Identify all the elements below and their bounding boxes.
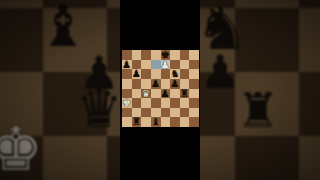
black-bishop-d1: ♝ [151,117,160,127]
square-c6 [141,69,151,79]
bg-square [43,136,107,180]
square-h4 [189,89,199,99]
square-f3 [170,98,180,108]
square-g6 [180,69,190,79]
square-g3 [180,98,190,108]
white-pawn-e7: ♟ [161,59,170,69]
video-frame: ♝♞♟♟♛♜♚ ♚♟♟♟♞♟♟♛♟♜♚♜♝ [0,0,320,180]
square-g2 [180,108,190,118]
square-e1 [161,117,171,127]
bg-square [299,0,320,8]
square-h1 [189,117,199,127]
square-a2 [122,108,132,118]
square-c7 [141,60,151,70]
square-e2 [161,108,171,118]
square-a1 [122,117,132,127]
bg-white-king-icon: ♚ [0,119,43,179]
square-f2 [170,108,180,118]
square-e7-highlighted: ♟ [161,60,171,70]
square-g7 [180,60,190,70]
bg-square [235,136,299,180]
square-f5: ♟ [170,79,180,89]
square-b5 [132,79,142,89]
bg-square [299,136,320,180]
square-h8 [189,50,199,60]
bg-square [299,8,320,72]
square-d4 [151,89,161,99]
square-e6 [161,69,171,79]
bg-black-pawn-right-icon: ♟ [199,49,240,95]
square-b4 [132,89,142,99]
square-h6 [189,69,199,79]
black-pawn-d5: ♟ [151,78,160,88]
square-c3 [141,98,151,108]
square-b3 [132,98,142,108]
bg-black-rook-icon: ♜ [236,86,279,134]
square-d5: ♟ [151,79,161,89]
center-strip: ♚♟♟♟♞♟♟♛♟♜♚♜♝ [120,0,200,180]
black-pawn-a7: ♟ [122,59,131,69]
square-h2 [189,108,199,118]
square-e4: ♟ [161,89,171,99]
square-a6 [122,69,132,79]
black-pawn-e4: ♟ [161,88,170,98]
square-a3: ♚ [122,98,132,108]
bg-square [299,72,320,136]
white-queen-c4: ♛ [142,88,151,98]
square-b1: ♜ [132,117,142,127]
black-pawn-b6: ♟ [132,69,141,79]
black-rook-g4: ♜ [180,88,189,98]
square-g1 [180,117,190,127]
square-f8 [170,50,180,60]
chess-board: ♚♟♟♟♞♟♟♛♟♜♚♜♝ [122,50,199,127]
square-c1 [141,117,151,127]
square-a7: ♟ [122,60,132,70]
white-king-a3: ♚ [122,98,131,108]
square-g8 [180,50,190,60]
square-f4 [170,89,180,99]
square-d3 [151,98,161,108]
square-c2 [141,108,151,118]
square-h7 [189,60,199,70]
square-h5 [189,79,199,89]
square-b8 [132,50,142,60]
square-g4: ♜ [180,89,190,99]
square-c8 [141,50,151,60]
square-d8 [151,50,161,60]
square-h3 [189,98,199,108]
square-c4: ♛ [141,89,151,99]
square-a5 [122,79,132,89]
bg-black-queen-icon: ♛ [76,83,123,135]
square-b6: ♟ [132,69,142,79]
black-rook-b1: ♜ [132,117,141,127]
square-e3 [161,98,171,108]
square-f1 [170,117,180,127]
black-pawn-f5: ♟ [170,78,179,88]
square-d1: ♝ [151,117,161,127]
square-d7-highlighted [151,60,161,70]
